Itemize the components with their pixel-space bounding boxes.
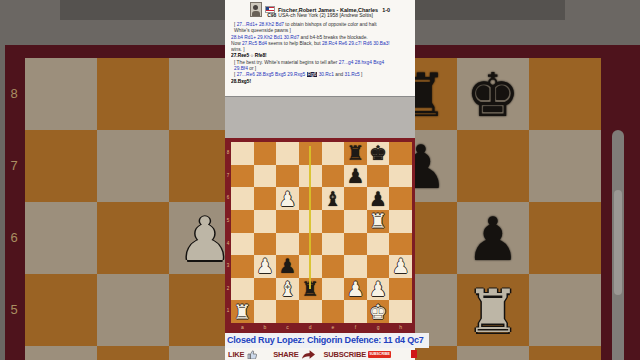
- rank-label-2: 2: [225, 278, 231, 301]
- square-c5: [276, 210, 299, 233]
- square-a6: [231, 187, 254, 210]
- square-e8: [322, 142, 345, 165]
- file-label-b: b: [254, 323, 277, 333]
- bg-square: [529, 274, 601, 346]
- event-text: USA-ch New York (2) 1958 [Andrew Soltis]: [278, 12, 373, 18]
- eco-code: C98: [267, 12, 276, 18]
- square-g4: [367, 233, 390, 256]
- subscribe-red-badge: [411, 350, 417, 358]
- square-h5: [389, 210, 412, 233]
- square-b1: [254, 300, 277, 323]
- square-c7: [276, 165, 299, 188]
- square-b8: [254, 142, 277, 165]
- square-h4: [389, 233, 412, 256]
- bg-square: [529, 202, 601, 274]
- scrollbar-thumb[interactable]: [614, 190, 622, 295]
- square-a8: [231, 142, 254, 165]
- square-g6: ♟: [367, 187, 390, 210]
- square-f7: ♟: [344, 165, 367, 188]
- bg-square: [529, 58, 601, 130]
- square-e6: ♝: [322, 187, 345, 210]
- file-label-d: d: [299, 323, 322, 333]
- square-b2: [254, 278, 277, 301]
- subscribe-label[interactable]: SUBSCRIBE: [324, 350, 366, 359]
- bg-square: [25, 202, 97, 274]
- square-b3: ♟: [254, 255, 277, 278]
- bg-square: [25, 58, 97, 130]
- bg-square: [457, 346, 529, 360]
- opening-title-banner: Closed Ruy Lopez: Chigorin Defence: 11 d…: [225, 333, 429, 348]
- square-g7: [367, 165, 390, 188]
- square-f6: [344, 187, 367, 210]
- square-c1: [276, 300, 299, 323]
- bg-square: [25, 274, 97, 346]
- piece-black-b-e6: ♝: [324, 189, 342, 209]
- square-c6: ♟: [276, 187, 299, 210]
- square-f4: [344, 233, 367, 256]
- square-d1: [299, 300, 322, 323]
- rank-label-6: 6: [225, 187, 231, 210]
- square-e3: [322, 255, 345, 278]
- rank-label-1: 1: [225, 300, 231, 323]
- bg-rank-label-6: 6: [7, 202, 21, 274]
- square-c2: ♝: [276, 278, 299, 301]
- rank-label-4: 4: [225, 233, 231, 256]
- bg-rank-label-5: 5: [7, 274, 21, 346]
- square-e7: [322, 165, 345, 188]
- square-f8: ♜: [344, 142, 367, 165]
- square-g3: [367, 255, 390, 278]
- bg-rank-label-8: 8: [7, 58, 21, 130]
- subscribe-button[interactable]: SUBSCRIBE: [368, 351, 391, 358]
- square-h6: [389, 187, 412, 210]
- annotation-line-7: [ The best try. White's material begins …: [231, 60, 409, 66]
- square-f3: [344, 255, 367, 278]
- piece-white-p-g2: ♟: [369, 279, 387, 299]
- square-b6: [254, 187, 277, 210]
- board-grid: ♜♚♟♟♝♟♜♟♟♟♝♜♟♟♜♚: [231, 142, 412, 323]
- square-g5: ♜: [367, 210, 390, 233]
- square-e4: [322, 233, 345, 256]
- piece-black-p-c3: ♟: [279, 256, 297, 276]
- bg-rank-label-7: 7: [7, 130, 21, 202]
- square-h8: [389, 142, 412, 165]
- bg-piece-black-k-g8: ♚: [457, 58, 529, 130]
- square-a1: ♜: [231, 300, 254, 323]
- square-e1: [322, 300, 345, 323]
- bg-square: [97, 130, 169, 202]
- bg-square: [97, 346, 169, 360]
- square-h7: [389, 165, 412, 188]
- file-labels: abcdefgh: [231, 323, 412, 333]
- piece-white-p-b3: ♟: [256, 256, 274, 276]
- square-b7: [254, 165, 277, 188]
- annotation-line-4: Now 27.Rc5 Bd4 seems to help Black, but …: [231, 41, 409, 47]
- bg-square: [97, 202, 169, 274]
- file-label-h: h: [389, 323, 412, 333]
- piece-white-k-g1: ♚: [369, 302, 387, 322]
- square-e2: [322, 278, 345, 301]
- rank-label-8: 8: [225, 142, 231, 165]
- action-bar: LIKE SHARE SUBSCRIBE SUBSCRIBE: [225, 348, 415, 360]
- square-c8: [276, 142, 299, 165]
- square-g2: ♟: [367, 278, 390, 301]
- square-e5: [322, 210, 345, 233]
- square-f1: [344, 300, 367, 323]
- piece-white-p-f2: ♟: [346, 279, 364, 299]
- bg-square: [97, 274, 169, 346]
- gray-gap: [225, 97, 415, 138]
- square-h2: [389, 278, 412, 301]
- square-a2: [231, 278, 254, 301]
- bg-square: [529, 130, 601, 202]
- piece-white-r-a1: ♜: [233, 302, 251, 322]
- share-button[interactable]: SHARE: [273, 350, 298, 359]
- file-label-a: a: [231, 323, 254, 333]
- bg-piece-white-r-g5: ♜: [457, 274, 529, 346]
- square-c4: [276, 233, 299, 256]
- square-b5: [254, 210, 277, 233]
- square-h3: ♟: [389, 255, 412, 278]
- screenshot: 8765 ♜♚♟♟♜♟ Fischer,Robert James - Kalme…: [0, 0, 640, 360]
- bg-square: [97, 58, 169, 130]
- rank-label-5: 5: [225, 210, 231, 233]
- like-button[interactable]: LIKE: [228, 350, 244, 359]
- square-g1: ♚: [367, 300, 390, 323]
- piece-white-b-c2: ♝: [279, 279, 297, 299]
- square-f5: [344, 210, 367, 233]
- square-f2: ♟: [344, 278, 367, 301]
- file-label-c: c: [276, 323, 299, 333]
- bg-square: [529, 346, 601, 360]
- thumbs-up-icon[interactable]: [247, 350, 257, 359]
- piece-black-p-g6: ♟: [369, 189, 387, 209]
- piece-white-p-h3: ♟: [392, 256, 410, 276]
- square-a7: [231, 165, 254, 188]
- square-a5: [231, 210, 254, 233]
- square-h1: [389, 300, 412, 323]
- share-arrow-icon[interactable]: [302, 350, 315, 359]
- rank-label-7: 7: [225, 165, 231, 188]
- bg-piece-black-p-g6: ♟: [457, 202, 529, 274]
- bg-square: [457, 130, 529, 202]
- move-annotations: [ 27...Rd1+ 28.Kh2 Bd7 to obtain bishops…: [231, 22, 409, 85]
- file-label-e: e: [322, 323, 345, 333]
- rank-label-3: 3: [225, 255, 231, 278]
- piece-black-k-g8: ♚: [369, 143, 387, 163]
- square-c3: ♟: [276, 255, 299, 278]
- square-b4: [254, 233, 277, 256]
- piece-white-r-g5: ♜: [369, 211, 387, 231]
- piece-black-r-f8: ♜: [346, 143, 364, 163]
- notation-panel: Fischer,Robert James - Kalme,Charles1-0 …: [225, 0, 415, 97]
- file-label-f: f: [344, 323, 367, 333]
- bg-square: [25, 346, 97, 360]
- annotation-line-10: 28.Bxg5!: [231, 79, 409, 85]
- video-area[interactable]: Fischer,Robert James - Kalme,Charles1-0 …: [225, 0, 415, 360]
- square-a4: [231, 233, 254, 256]
- square-g8: ♚: [367, 142, 390, 165]
- chess-board: ♜♚♟♟♝♟♜♟♟♟♝♜♟♟♜♚ 87654321 abcdefgh: [225, 138, 415, 333]
- piece-white-p-c6: ♟: [279, 189, 297, 209]
- file-label-g: g: [367, 323, 390, 333]
- event-line: C98USA-ch New York (2) 1958 [Andrew Solt…: [225, 12, 415, 18]
- move-arrow-d8-d2: [309, 146, 311, 289]
- square-a3: [231, 255, 254, 278]
- piece-black-p-f7: ♟: [346, 166, 364, 186]
- bg-square: [25, 130, 97, 202]
